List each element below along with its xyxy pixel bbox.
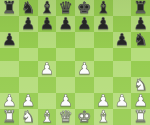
- piece-white-pawn[interactable]: ♟: [40, 61, 54, 77]
- piece-black-pawn[interactable]: ♟: [96, 16, 110, 32]
- piece-white-pawn[interactable]: ♟: [77, 61, 91, 77]
- square-h6[interactable]: ♞: [131, 32, 150, 48]
- piece-black-rook[interactable]: ♜: [2, 0, 16, 16]
- piece-white-king[interactable]: ♚: [77, 109, 91, 125]
- piece-black-pawn[interactable]: ♟: [77, 16, 91, 32]
- piece-black-pawn[interactable]: ♟: [58, 16, 72, 32]
- square-e4[interactable]: ♟: [75, 61, 94, 77]
- square-a5[interactable]: [0, 48, 19, 61]
- square-a1[interactable]: ♜: [0, 109, 19, 125]
- square-g8[interactable]: [113, 0, 132, 16]
- square-g4[interactable]: [113, 61, 132, 77]
- square-c7[interactable]: ♟: [38, 16, 57, 32]
- square-f6[interactable]: [94, 32, 113, 48]
- square-e7[interactable]: ♟: [75, 16, 94, 32]
- square-d5[interactable]: [56, 48, 75, 61]
- piece-white-rook[interactable]: ♜: [133, 109, 147, 125]
- square-f4[interactable]: [94, 61, 113, 77]
- square-d1[interactable]: ♛: [56, 109, 75, 125]
- piece-white-queen[interactable]: ♛: [58, 109, 72, 125]
- square-d7[interactable]: ♟: [56, 16, 75, 32]
- piece-white-rook[interactable]: ♜: [2, 109, 16, 125]
- square-b6[interactable]: [19, 32, 38, 48]
- chess-board: ♜♞♝♛♚♝♜♟♟♟♟♟♟♟♟♞♟♟♞♟♟♟♟♟♟♜♞♝♛♚♝♜: [0, 0, 150, 125]
- piece-white-bishop[interactable]: ♝: [96, 109, 110, 125]
- square-c6[interactable]: [38, 32, 57, 48]
- piece-black-pawn[interactable]: ♟: [115, 32, 129, 48]
- square-a4[interactable]: [0, 61, 19, 77]
- square-a6[interactable]: ♟: [0, 32, 19, 48]
- square-f1[interactable]: ♝: [94, 109, 113, 125]
- piece-white-pawn[interactable]: ♟: [115, 93, 129, 109]
- piece-black-pawn[interactable]: ♟: [2, 32, 16, 48]
- square-g5[interactable]: [113, 48, 132, 61]
- square-b1[interactable]: ♞: [19, 109, 38, 125]
- square-e1[interactable]: ♚: [75, 109, 94, 125]
- square-g1[interactable]: [113, 109, 132, 125]
- piece-white-bishop[interactable]: ♝: [40, 109, 54, 125]
- piece-black-pawn[interactable]: ♟: [40, 16, 54, 32]
- piece-black-knight[interactable]: ♞: [133, 32, 147, 48]
- square-h1[interactable]: ♜: [131, 109, 150, 125]
- square-c1[interactable]: ♝: [38, 109, 57, 125]
- square-c3[interactable]: [38, 77, 57, 93]
- square-d4[interactable]: [56, 61, 75, 77]
- piece-black-pawn[interactable]: ♟: [21, 16, 35, 32]
- square-d6[interactable]: [56, 32, 75, 48]
- square-c4[interactable]: ♟: [38, 61, 57, 77]
- square-a8[interactable]: ♜: [0, 0, 19, 16]
- square-g6[interactable]: ♟: [113, 32, 132, 48]
- square-f5[interactable]: [94, 48, 113, 61]
- piece-white-knight[interactable]: ♞: [21, 109, 35, 125]
- square-b4[interactable]: [19, 61, 38, 77]
- square-b7[interactable]: ♟: [19, 16, 38, 32]
- square-g2[interactable]: ♟: [113, 93, 132, 109]
- square-f7[interactable]: ♟: [94, 16, 113, 32]
- square-e3[interactable]: [75, 77, 94, 93]
- square-h5[interactable]: [131, 48, 150, 61]
- square-b5[interactable]: [19, 48, 38, 61]
- square-e6[interactable]: [75, 32, 94, 48]
